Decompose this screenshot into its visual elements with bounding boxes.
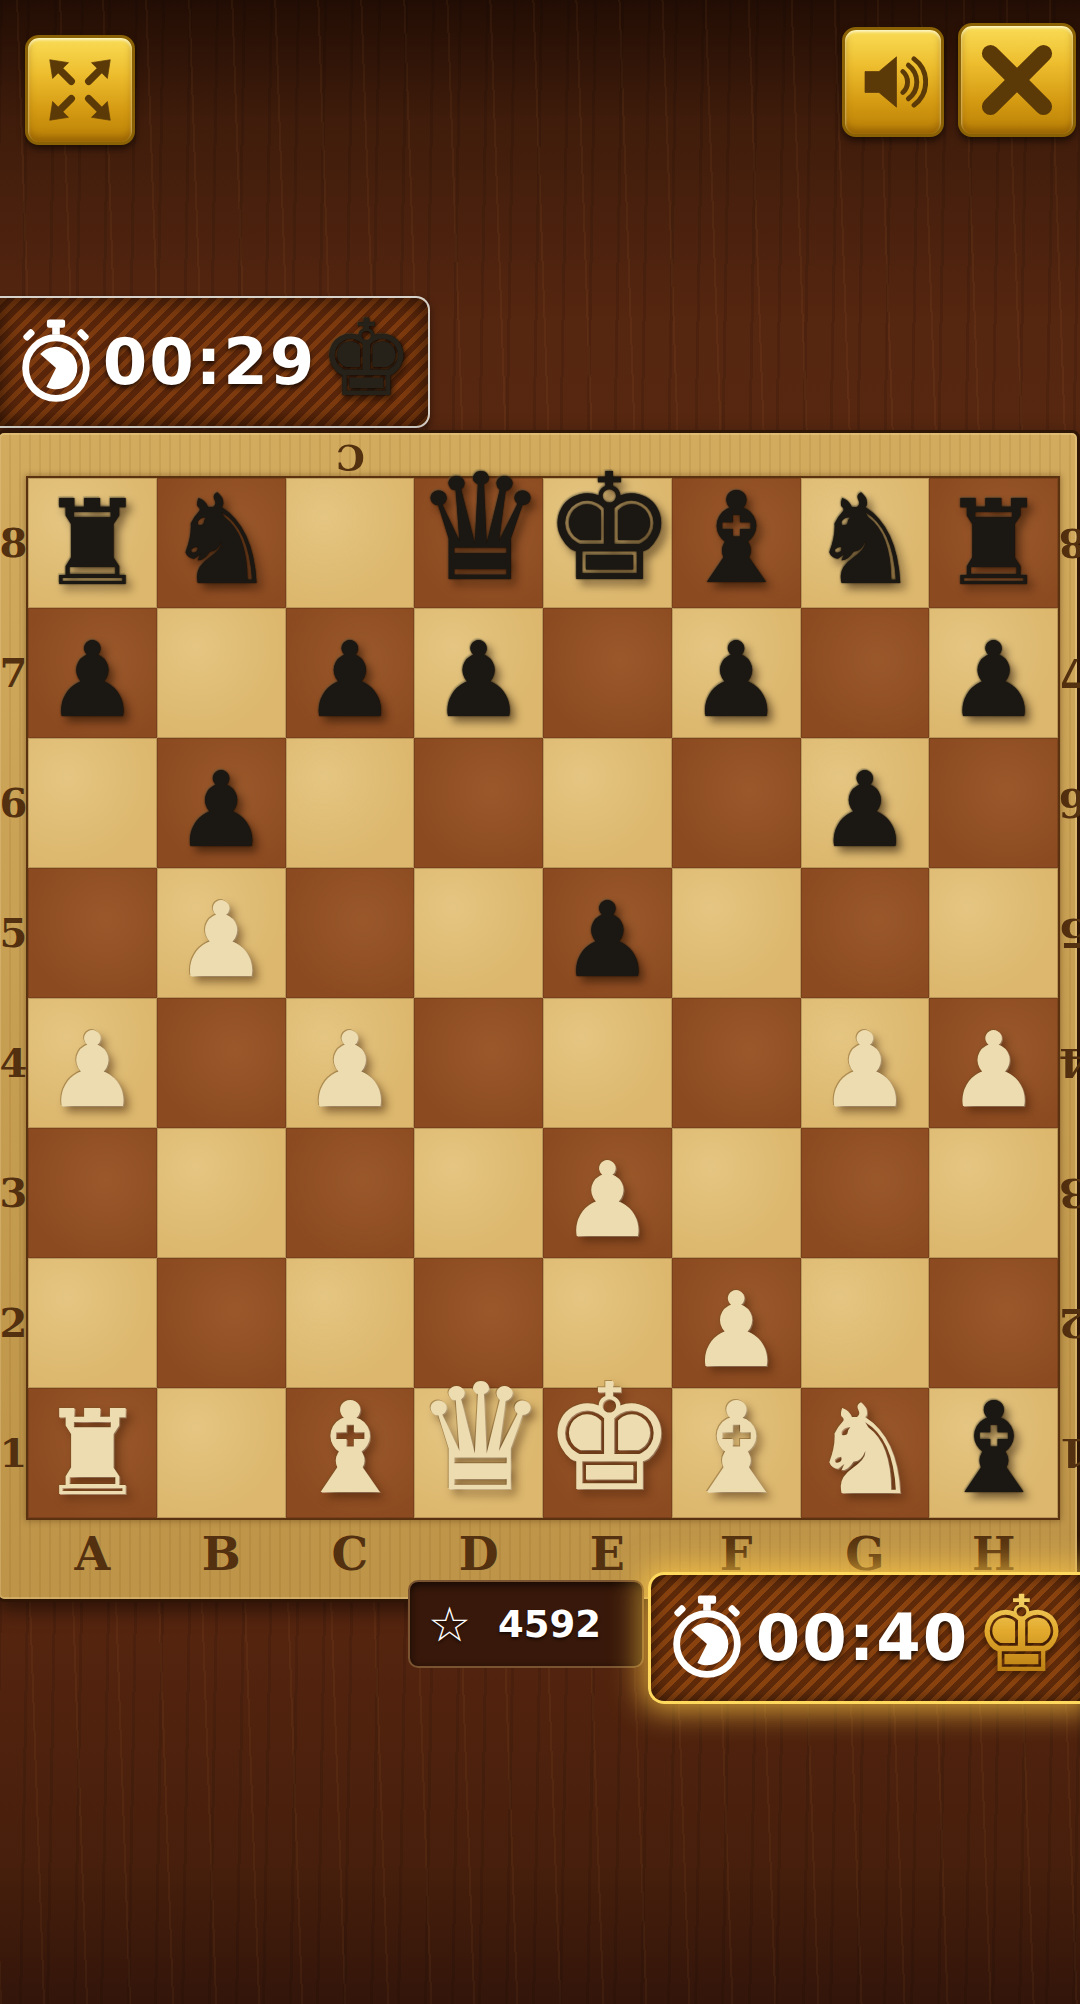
white-pawn-a4[interactable]: ♟ bbox=[28, 1018, 157, 1122]
rank-label-left-8: 8 bbox=[0, 478, 28, 608]
square-c8[interactable] bbox=[286, 478, 415, 608]
black-knight-b8[interactable]: ♞ bbox=[157, 478, 286, 602]
speaker-icon bbox=[858, 47, 928, 117]
square-g2[interactable] bbox=[801, 1258, 930, 1388]
black-knight-g8[interactable]: ♞ bbox=[801, 478, 930, 602]
square-h6[interactable] bbox=[929, 738, 1058, 868]
black-pawn-b6[interactable]: ♟ bbox=[157, 758, 286, 862]
close-button[interactable] bbox=[958, 23, 1076, 137]
white-rook-a1[interactable]: ♜ bbox=[28, 1394, 157, 1512]
score-panel: ☆ 4592 bbox=[408, 1580, 644, 1668]
black-pawn-h7[interactable]: ♟ bbox=[929, 628, 1058, 732]
black-pawn-e5[interactable]: ♟ bbox=[543, 888, 672, 992]
square-b2[interactable] bbox=[157, 1258, 286, 1388]
white-pawn-f2[interactable]: ♟ bbox=[672, 1278, 801, 1382]
square-h5[interactable] bbox=[929, 868, 1058, 998]
square-f5[interactable] bbox=[672, 868, 801, 998]
white-bishop-c1[interactable]: ♝ bbox=[286, 1386, 415, 1512]
white-pawn-b5[interactable]: ♟ bbox=[157, 888, 286, 992]
white-bishop-f1[interactable]: ♝ bbox=[672, 1386, 801, 1512]
rank-label-right-1: 1 bbox=[1058, 1388, 1080, 1518]
stopwatch-icon bbox=[18, 318, 94, 406]
file-label-c: C bbox=[286, 1527, 415, 1581]
black-king-icon: ♚ bbox=[319, 306, 414, 412]
rank-label-left-2: 2 bbox=[0, 1258, 28, 1388]
square-c3[interactable] bbox=[286, 1128, 415, 1258]
black-rook-h8[interactable]: ♜ bbox=[929, 484, 1058, 602]
file-label-b: B bbox=[157, 1527, 286, 1581]
rank-label-left-4: 4 bbox=[0, 998, 28, 1128]
square-d5[interactable] bbox=[414, 868, 543, 998]
expand-arrows-icon bbox=[44, 54, 116, 126]
white-king-e1[interactable]: ♚ bbox=[543, 1364, 672, 1512]
white-pawn-h4[interactable]: ♟ bbox=[929, 1018, 1058, 1122]
white-knight-g1[interactable]: ♞ bbox=[801, 1388, 930, 1512]
square-a2[interactable] bbox=[28, 1258, 157, 1388]
square-c6[interactable] bbox=[286, 738, 415, 868]
square-e6[interactable] bbox=[543, 738, 672, 868]
stopwatch-icon bbox=[669, 1594, 745, 1682]
file-label-d: D bbox=[414, 1527, 543, 1581]
sound-button[interactable] bbox=[842, 27, 944, 137]
square-b4[interactable] bbox=[157, 998, 286, 1128]
square-c5[interactable] bbox=[286, 868, 415, 998]
square-a3[interactable] bbox=[28, 1128, 157, 1258]
black-pawn-d7[interactable]: ♟ bbox=[414, 628, 543, 732]
board-squares: ♜♞♛♚♝♞♜♟♟♟♟♟♟♟♟♟♟♟♟♟♟♟♜♝♛♚♝♞♝ bbox=[28, 478, 1058, 1518]
rank-label-left-3: 3 bbox=[0, 1128, 28, 1258]
black-queen-d8[interactable]: ♛ bbox=[414, 454, 543, 602]
square-g7[interactable] bbox=[801, 608, 930, 738]
gold-king-icon: ♚ bbox=[974, 1582, 1069, 1688]
rank-label-right-6: 6 bbox=[1058, 738, 1080, 868]
expand-button[interactable] bbox=[25, 35, 135, 145]
square-h3[interactable] bbox=[929, 1128, 1058, 1258]
square-g3[interactable] bbox=[801, 1128, 930, 1258]
file-label-a: A bbox=[28, 1527, 157, 1581]
square-d6[interactable] bbox=[414, 738, 543, 868]
chess-board: C 87654321 87654321 ABCDEFGH ♜♞♛♚♝♞♜♟♟♟♟… bbox=[0, 430, 1080, 1602]
rank-label-left-7: 7 bbox=[0, 608, 28, 738]
square-e7[interactable] bbox=[543, 608, 672, 738]
rank-label-right-3: 3 bbox=[1058, 1128, 1080, 1258]
black-king-e8[interactable]: ♚ bbox=[543, 454, 672, 602]
opponent-clock-panel: 00:29 ♚ bbox=[0, 296, 430, 428]
square-d3[interactable] bbox=[414, 1128, 543, 1258]
rank-label-left-1: 1 bbox=[0, 1388, 28, 1518]
black-pawn-f7[interactable]: ♟ bbox=[672, 628, 801, 732]
white-pawn-c4[interactable]: ♟ bbox=[286, 1018, 415, 1122]
rank-label-right-4: 4 bbox=[1058, 998, 1080, 1128]
black-rook-a8[interactable]: ♜ bbox=[28, 484, 157, 602]
black-pawn-a7[interactable]: ♟ bbox=[28, 628, 157, 732]
rank-label-right-2: 2 bbox=[1058, 1258, 1080, 1388]
rank-label-left-5: 5 bbox=[0, 868, 28, 998]
white-pawn-e3[interactable]: ♟ bbox=[543, 1148, 672, 1252]
square-h2[interactable] bbox=[929, 1258, 1058, 1388]
square-f3[interactable] bbox=[672, 1128, 801, 1258]
square-g5[interactable] bbox=[801, 868, 930, 998]
player-clock-time: 00:40 bbox=[751, 1601, 974, 1675]
rank-label-right-5: 5 bbox=[1058, 868, 1080, 998]
star-icon: ☆ bbox=[428, 1600, 471, 1648]
white-queen-d1[interactable]: ♛ bbox=[414, 1364, 543, 1512]
square-f4[interactable] bbox=[672, 998, 801, 1128]
file-label-top-c: C bbox=[286, 437, 415, 479]
black-pawn-g6[interactable]: ♟ bbox=[801, 758, 930, 862]
black-bishop-h1[interactable]: ♝ bbox=[929, 1386, 1058, 1512]
square-a5[interactable] bbox=[28, 868, 157, 998]
black-bishop-f8[interactable]: ♝ bbox=[672, 476, 801, 602]
rank-label-right-7: 7 bbox=[1058, 608, 1080, 738]
square-a6[interactable] bbox=[28, 738, 157, 868]
square-b7[interactable] bbox=[157, 608, 286, 738]
square-f6[interactable] bbox=[672, 738, 801, 868]
rank-label-right-8: 8 bbox=[1058, 478, 1080, 608]
white-pawn-g4[interactable]: ♟ bbox=[801, 1018, 930, 1122]
black-pawn-c7[interactable]: ♟ bbox=[286, 628, 415, 732]
square-e4[interactable] bbox=[543, 998, 672, 1128]
player-clock-panel: 00:40 ♚ bbox=[648, 1572, 1080, 1704]
opponent-clock-time: 00:29 bbox=[100, 325, 319, 399]
square-c2[interactable] bbox=[286, 1258, 415, 1388]
score-value: 4592 bbox=[471, 1603, 642, 1646]
square-d4[interactable] bbox=[414, 998, 543, 1128]
rank-label-left-6: 6 bbox=[0, 738, 28, 868]
square-b1[interactable] bbox=[157, 1388, 286, 1518]
square-b3[interactable] bbox=[157, 1128, 286, 1258]
close-x-icon bbox=[978, 41, 1056, 119]
file-label-e: E bbox=[543, 1527, 672, 1581]
